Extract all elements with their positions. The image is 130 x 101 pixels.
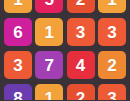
tile-value: 4 [76, 57, 85, 74]
tile-value: 3 [76, 24, 85, 41]
tile-r1c1[interactable]: 1 [4, 0, 32, 13]
tile-r3c1[interactable]: 3 [4, 51, 32, 79]
tile-r2c3[interactable]: 3 [67, 18, 95, 46]
tile-value: 1 [13, 0, 22, 8]
tile-value: 5 [45, 0, 54, 8]
tile-r4c1[interactable]: 8 [4, 84, 32, 100]
tile-value: 2 [76, 90, 85, 101]
tile-r2c4[interactable]: 3 [98, 18, 126, 46]
tile-r1c2[interactable]: 5 [35, 0, 63, 13]
tile-value: 3 [107, 90, 116, 101]
tile-r1c4[interactable]: 1 [98, 0, 126, 13]
tile-value: 6 [13, 24, 22, 41]
board-grid: 1521613337428123 [4, 0, 126, 100]
tile-value: 8 [13, 90, 22, 101]
tile-value: 1 [45, 24, 54, 41]
tile-r4c3[interactable]: 2 [67, 84, 95, 100]
tile-r2c1[interactable]: 6 [4, 18, 32, 46]
tile-r3c4[interactable]: 2 [98, 51, 126, 79]
tile-value: 1 [107, 0, 116, 8]
tile-r3c3[interactable]: 4 [67, 51, 95, 79]
tile-r2c2[interactable]: 1 [35, 18, 63, 46]
tile-value: 2 [76, 0, 85, 8]
tile-r4c4[interactable]: 3 [98, 84, 126, 100]
tile-value: 2 [107, 57, 116, 74]
tile-value: 7 [45, 57, 54, 74]
tile-r1c3[interactable]: 2 [67, 0, 95, 13]
game-viewport: 1521613337428123 [0, 0, 130, 100]
tile-value: 3 [107, 24, 116, 41]
tile-r3c2[interactable]: 7 [35, 51, 63, 79]
tile-value: 3 [13, 57, 22, 74]
tile-value: 1 [45, 90, 54, 101]
tile-r4c2[interactable]: 1 [35, 84, 63, 100]
